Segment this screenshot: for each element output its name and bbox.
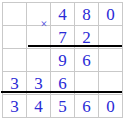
grid-cell: 9 bbox=[51, 49, 74, 71]
grid-cell bbox=[3, 26, 26, 48]
grid-cell: 4 bbox=[27, 95, 50, 117]
grid-cell: 4 bbox=[51, 3, 74, 25]
grid-cell bbox=[27, 49, 50, 71]
grid-cell: 5 bbox=[51, 95, 74, 117]
grid-cell: 0 bbox=[99, 3, 122, 25]
grid-cell: 3 bbox=[3, 95, 26, 117]
multiply-sign: × bbox=[37, 17, 51, 31]
grid-cell: 0 bbox=[99, 95, 122, 117]
grid-cell bbox=[3, 3, 26, 25]
grid-cell: 8 bbox=[75, 3, 98, 25]
multiplication-worksheet: 4 8 0 7 2 9 6 3 3 6 3 4 5 6 0 × bbox=[0, 0, 125, 120]
grid-cell bbox=[3, 49, 26, 71]
grid-cell: 6 bbox=[75, 49, 98, 71]
answer-rule bbox=[1, 91, 122, 93]
grid-cell bbox=[99, 49, 122, 71]
grid-cell: 6 bbox=[75, 95, 98, 117]
worksheet-grid: 4 8 0 7 2 9 6 3 3 6 3 4 5 6 0 bbox=[2, 2, 123, 118]
partial-product-rule bbox=[28, 45, 122, 47]
